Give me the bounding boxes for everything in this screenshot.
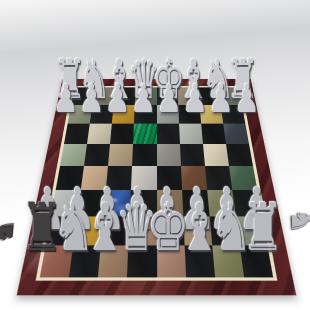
square-c5[interactable] — [108, 144, 133, 166]
square-h6[interactable] — [223, 124, 249, 144]
photo-background: ♜♞♝♛♚♝♞♜♟♟♟♟♟♟♟♟♟♟♟♟♟♟♟♟♜♞♝♛♚♝♞♜♞♞ — [0, 0, 310, 310]
black-pawn-b7[interactable]: ♟ — [79, 80, 104, 119]
black-pawn-g7[interactable]: ♟ — [209, 80, 234, 119]
black-pawn-c7[interactable]: ♟ — [105, 80, 130, 119]
square-f5[interactable] — [180, 144, 205, 166]
square-f6[interactable] — [179, 124, 203, 144]
square-b5[interactable] — [84, 144, 110, 166]
fallen-knight-left[interactable]: ♞ — [0, 218, 18, 246]
square-a5[interactable] — [60, 144, 87, 166]
square-g5[interactable] — [203, 144, 229, 166]
square-c6[interactable] — [110, 124, 134, 144]
square-g6[interactable] — [201, 124, 226, 144]
fallen-knight-right[interactable]: ♞ — [287, 207, 310, 234]
square-d6[interactable] — [133, 124, 156, 144]
square-e5[interactable] — [157, 144, 181, 166]
square-e6[interactable] — [157, 124, 180, 144]
square-b6[interactable] — [87, 124, 112, 144]
black-pawn-f7[interactable]: ♟ — [183, 80, 208, 119]
black-pawn-e7[interactable]: ♟ — [157, 80, 182, 119]
black-pawn-a7[interactable]: ♟ — [53, 80, 78, 119]
black-pawn-d7[interactable]: ♟ — [131, 80, 156, 119]
black-pawn-h7[interactable]: ♟ — [234, 80, 259, 119]
white-rook-h1[interactable]: ♜ — [242, 194, 284, 260]
square-h5[interactable] — [226, 144, 253, 166]
square-d5[interactable] — [132, 144, 156, 166]
square-a6[interactable] — [64, 124, 90, 144]
